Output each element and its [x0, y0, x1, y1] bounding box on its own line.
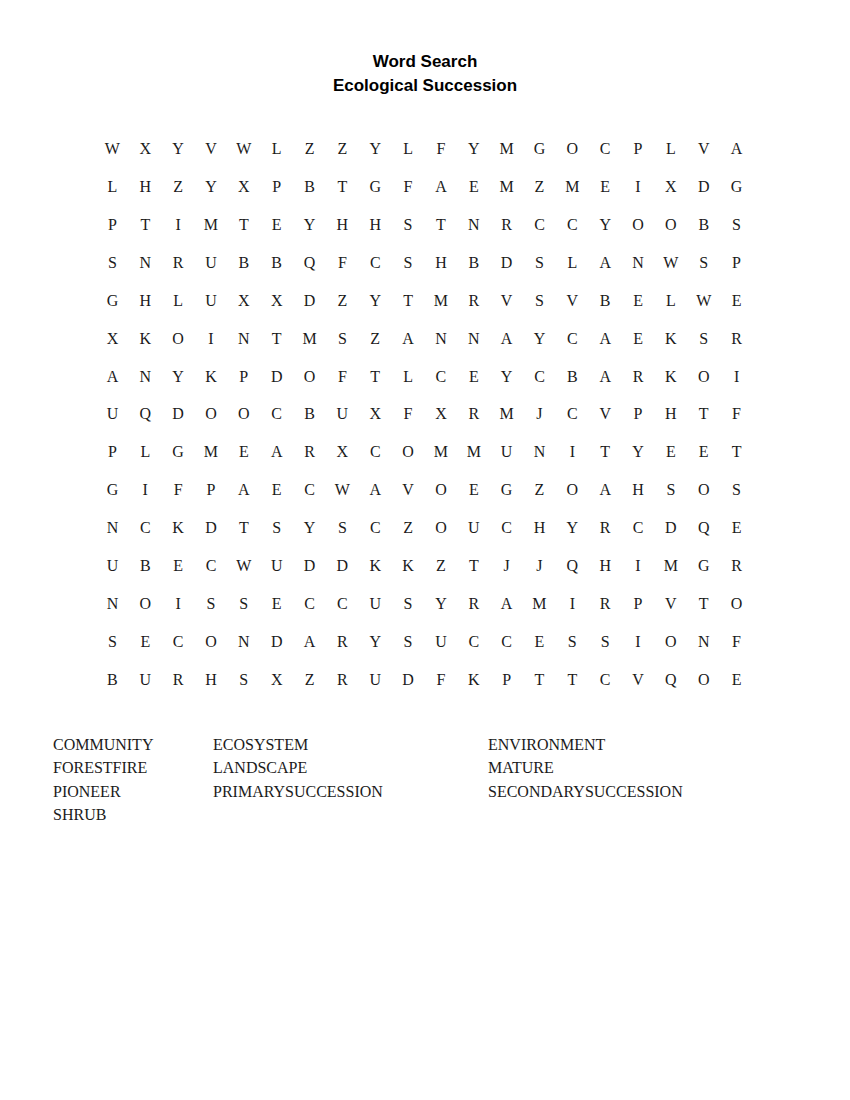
grid-cell-r10c14: Z — [523, 471, 556, 509]
grid-cell-r4c5: B — [227, 244, 260, 282]
grid-cell-r2c9: G — [359, 168, 392, 206]
grid-cell-r9c13: U — [490, 433, 523, 471]
grid-cell-r12c20: R — [720, 547, 753, 585]
grid-cell-r6c10: A — [392, 320, 425, 358]
grid-cell-r4c19: S — [687, 244, 720, 282]
grid-cell-r8c17: P — [622, 396, 655, 434]
grid-cell-r12c14: J — [523, 547, 556, 585]
word-list-item: FORESTFIRE — [53, 756, 213, 779]
grid-cell-r12c7: D — [293, 547, 326, 585]
grid-cell-r4c16: A — [589, 244, 622, 282]
grid-cell-r9c4: M — [195, 433, 228, 471]
grid-cell-r13c15: I — [556, 585, 589, 623]
grid-cell-r4c2: N — [129, 244, 162, 282]
grid-cell-r5c18: L — [654, 282, 687, 320]
grid-cell-r5c17: E — [622, 282, 655, 320]
grid-cell-r12c19: G — [687, 547, 720, 585]
grid-cell-r5c12: R — [457, 282, 490, 320]
grid-cell-r8c13: M — [490, 396, 523, 434]
grid-cell-r1c6: L — [260, 130, 293, 168]
grid-cell-r4c15: L — [556, 244, 589, 282]
grid-cell-r3c6: E — [260, 206, 293, 244]
word-list-item: SHRUB — [53, 803, 213, 826]
grid-cell-r10c7: C — [293, 471, 326, 509]
grid-cell-r8c1: U — [96, 396, 129, 434]
grid-cell-r11c13: C — [490, 509, 523, 547]
grid-cell-r6c16: A — [589, 320, 622, 358]
grid-cell-r8c2: Q — [129, 396, 162, 434]
grid-cell-r15c6: X — [260, 661, 293, 699]
grid-cell-r5c14: S — [523, 282, 556, 320]
grid-cell-r7c7: O — [293, 358, 326, 396]
grid-cell-r15c1: B — [96, 661, 129, 699]
grid-cell-r2c4: Y — [195, 168, 228, 206]
grid-cell-r11c17: C — [622, 509, 655, 547]
grid-cell-r9c14: N — [523, 433, 556, 471]
grid-cell-r6c18: K — [654, 320, 687, 358]
grid-cell-r6c12: N — [457, 320, 490, 358]
grid-cell-r9c17: Y — [622, 433, 655, 471]
grid-cell-r15c14: T — [523, 661, 556, 699]
grid-cell-r13c20: O — [720, 585, 753, 623]
grid-cell-r13c17: P — [622, 585, 655, 623]
grid-cell-r14c14: E — [523, 623, 556, 661]
grid-cell-r14c9: Y — [359, 623, 392, 661]
grid-cell-r15c20: E — [720, 661, 753, 699]
grid-cell-r10c16: A — [589, 471, 622, 509]
puzzle-subtitle: Ecological Succession — [0, 74, 850, 98]
grid-cell-r1c1: W — [96, 130, 129, 168]
grid-cell-r15c9: U — [359, 661, 392, 699]
grid-cell-r10c8: W — [326, 471, 359, 509]
grid-cell-r13c3: I — [162, 585, 195, 623]
grid-cell-r14c20: F — [720, 623, 753, 661]
grid-cell-r11c9: C — [359, 509, 392, 547]
grid-cell-r7c8: F — [326, 358, 359, 396]
grid-cell-r13c16: R — [589, 585, 622, 623]
word-list-item: ECOSYSTEM — [213, 733, 488, 756]
grid-cell-r11c12: U — [457, 509, 490, 547]
grid-cell-r9c3: G — [162, 433, 195, 471]
grid-cell-r1c16: C — [589, 130, 622, 168]
grid-cell-r7c6: D — [260, 358, 293, 396]
grid-cell-r12c5: W — [227, 547, 260, 585]
grid-cell-r3c1: P — [96, 206, 129, 244]
grid-cell-r7c15: B — [556, 358, 589, 396]
grid-cell-r13c13: A — [490, 585, 523, 623]
grid-cell-r7c14: C — [523, 358, 556, 396]
grid-cell-r3c4: M — [195, 206, 228, 244]
grid-cell-r14c11: U — [424, 623, 457, 661]
grid-cell-r3c14: C — [523, 206, 556, 244]
grid-cell-r2c15: M — [556, 168, 589, 206]
grid-cell-r15c15: T — [556, 661, 589, 699]
grid-cell-r10c17: H — [622, 471, 655, 509]
grid-cell-r5c11: M — [424, 282, 457, 320]
grid-cell-r6c5: N — [227, 320, 260, 358]
grid-cell-r12c16: H — [589, 547, 622, 585]
grid-cell-r5c15: V — [556, 282, 589, 320]
grid-cell-r11c19: Q — [687, 509, 720, 547]
grid-cell-r8c20: F — [720, 396, 753, 434]
word-list-item: SECONDARYSUCCESSION — [488, 780, 753, 803]
grid-cell-r2c7: B — [293, 168, 326, 206]
grid-cell-r1c3: Y — [162, 130, 195, 168]
grid-cell-r14c13: C — [490, 623, 523, 661]
grid-cell-r8c7: B — [293, 396, 326, 434]
grid-cell-r2c6: P — [260, 168, 293, 206]
grid-cell-r5c20: E — [720, 282, 753, 320]
word-list-item: PIONEER — [53, 780, 213, 803]
grid-cell-r1c17: P — [622, 130, 655, 168]
grid-cell-r10c3: F — [162, 471, 195, 509]
grid-cell-r11c11: O — [424, 509, 457, 547]
grid-cell-r4c8: F — [326, 244, 359, 282]
grid-cell-r2c1: L — [96, 168, 129, 206]
grid-cell-r3c13: R — [490, 206, 523, 244]
word-search-grid: WXYVWLZZYLFYMGOCPLVALHZYXPBTGFAEMZMEIXDG… — [96, 130, 753, 699]
grid-cell-r13c7: C — [293, 585, 326, 623]
grid-cell-r6c11: N — [424, 320, 457, 358]
grid-cell-r6c19: S — [687, 320, 720, 358]
puzzle-title: Word Search — [0, 50, 850, 74]
grid-cell-r2c8: T — [326, 168, 359, 206]
grid-cell-r7c11: C — [424, 358, 457, 396]
grid-cell-r12c17: I — [622, 547, 655, 585]
grid-cell-r1c10: L — [392, 130, 425, 168]
grid-cell-r8c14: J — [523, 396, 556, 434]
grid-cell-r6c6: T — [260, 320, 293, 358]
grid-cell-r14c8: R — [326, 623, 359, 661]
grid-cell-r5c7: D — [293, 282, 326, 320]
grid-cell-r15c19: O — [687, 661, 720, 699]
grid-cell-r12c10: K — [392, 547, 425, 585]
grid-cell-r1c4: V — [195, 130, 228, 168]
grid-cell-r2c11: A — [424, 168, 457, 206]
grid-cell-r14c6: D — [260, 623, 293, 661]
grid-cell-r6c8: S — [326, 320, 359, 358]
grid-cell-r1c20: A — [720, 130, 753, 168]
grid-cell-r7c18: K — [654, 358, 687, 396]
grid-cell-r2c2: H — [129, 168, 162, 206]
grid-cell-r2c17: I — [622, 168, 655, 206]
grid-cell-r13c6: E — [260, 585, 293, 623]
grid-cell-r10c5: A — [227, 471, 260, 509]
worksheet-page: Word Search Ecological Succession WXYVWL… — [0, 0, 850, 1100]
word-list-item: COMMUNITY — [53, 733, 213, 756]
word-list-column-2: ECOSYSTEMLANDSCAPEPRIMARYSUCCESSION — [213, 733, 488, 827]
grid-cell-r7c19: O — [687, 358, 720, 396]
grid-cell-r10c1: G — [96, 471, 129, 509]
grid-cell-r9c5: E — [227, 433, 260, 471]
grid-cell-r14c16: S — [589, 623, 622, 661]
grid-cell-r13c4: S — [195, 585, 228, 623]
grid-cell-r4c4: U — [195, 244, 228, 282]
grid-cell-r9c2: L — [129, 433, 162, 471]
grid-cell-r4c1: S — [96, 244, 129, 282]
grid-cell-r11c18: D — [654, 509, 687, 547]
grid-cell-r5c9: Y — [359, 282, 392, 320]
grid-cell-r6c7: M — [293, 320, 326, 358]
grid-cell-r7c17: R — [622, 358, 655, 396]
grid-cell-r3c7: Y — [293, 206, 326, 244]
grid-cell-r1c14: G — [523, 130, 556, 168]
grid-cell-r3c8: H — [326, 206, 359, 244]
grid-cell-r15c2: U — [129, 661, 162, 699]
grid-cell-r13c10: S — [392, 585, 425, 623]
grid-cell-r13c5: S — [227, 585, 260, 623]
grid-cell-r1c9: Y — [359, 130, 392, 168]
grid-cell-r10c12: E — [457, 471, 490, 509]
grid-cell-r12c6: U — [260, 547, 293, 585]
grid-cell-r12c13: J — [490, 547, 523, 585]
grid-cell-r7c1: A — [96, 358, 129, 396]
grid-cell-r11c4: D — [195, 509, 228, 547]
grid-cell-r6c17: E — [622, 320, 655, 358]
grid-cell-r7c16: A — [589, 358, 622, 396]
grid-cell-r3c10: S — [392, 206, 425, 244]
grid-cell-r2c12: E — [457, 168, 490, 206]
grid-cell-r14c5: N — [227, 623, 260, 661]
grid-cell-r1c7: Z — [293, 130, 326, 168]
grid-cell-r3c12: N — [457, 206, 490, 244]
grid-cell-r2c14: Z — [523, 168, 556, 206]
grid-cell-r9c10: O — [392, 433, 425, 471]
grid-cell-r13c19: T — [687, 585, 720, 623]
grid-cell-r3c5: T — [227, 206, 260, 244]
grid-cell-r7c9: T — [359, 358, 392, 396]
grid-cell-r8c4: O — [195, 396, 228, 434]
grid-cell-r14c2: E — [129, 623, 162, 661]
grid-cell-r1c8: Z — [326, 130, 359, 168]
grid-cell-r13c1: N — [96, 585, 129, 623]
grid-cell-r10c4: P — [195, 471, 228, 509]
grid-cell-r12c1: U — [96, 547, 129, 585]
grid-cell-r4c13: D — [490, 244, 523, 282]
grid-cell-r4c6: B — [260, 244, 293, 282]
grid-cell-r10c15: O — [556, 471, 589, 509]
grid-cell-r11c1: N — [96, 509, 129, 547]
grid-cell-r5c6: X — [260, 282, 293, 320]
grid-cell-r8c16: V — [589, 396, 622, 434]
grid-cell-r4c11: H — [424, 244, 457, 282]
grid-cell-r14c1: S — [96, 623, 129, 661]
grid-cell-r9c15: I — [556, 433, 589, 471]
grid-cell-r11c8: S — [326, 509, 359, 547]
grid-cell-r7c20: I — [720, 358, 753, 396]
grid-cell-r3c11: T — [424, 206, 457, 244]
grid-cell-r8c10: F — [392, 396, 425, 434]
grid-cell-r5c13: V — [490, 282, 523, 320]
grid-cell-r15c4: H — [195, 661, 228, 699]
grid-cell-r6c13: A — [490, 320, 523, 358]
grid-cell-r14c10: S — [392, 623, 425, 661]
grid-cell-r5c19: W — [687, 282, 720, 320]
grid-cell-r6c9: Z — [359, 320, 392, 358]
grid-cell-r4c7: Q — [293, 244, 326, 282]
title-block: Word Search Ecological Succession — [0, 50, 850, 98]
grid-cell-r2c13: M — [490, 168, 523, 206]
grid-cell-r7c2: N — [129, 358, 162, 396]
grid-cell-r14c4: O — [195, 623, 228, 661]
grid-cell-r13c8: C — [326, 585, 359, 623]
grid-cell-r9c1: P — [96, 433, 129, 471]
grid-cell-r6c14: Y — [523, 320, 556, 358]
grid-cell-r11c20: E — [720, 509, 753, 547]
grid-cell-r2c20: G — [720, 168, 753, 206]
grid-cell-r3c3: I — [162, 206, 195, 244]
grid-cell-r8c19: T — [687, 396, 720, 434]
grid-cell-r1c15: O — [556, 130, 589, 168]
grid-cell-r4c14: S — [523, 244, 556, 282]
grid-cell-r1c19: V — [687, 130, 720, 168]
grid-cell-r10c19: O — [687, 471, 720, 509]
grid-cell-r8c6: C — [260, 396, 293, 434]
grid-cell-r3c17: O — [622, 206, 655, 244]
grid-cell-r6c1: X — [96, 320, 129, 358]
grid-cell-r15c16: C — [589, 661, 622, 699]
grid-cell-r9c20: T — [720, 433, 753, 471]
grid-cell-r12c15: Q — [556, 547, 589, 585]
grid-cell-r13c18: V — [654, 585, 687, 623]
grid-cell-r9c11: M — [424, 433, 457, 471]
grid-cell-r5c2: H — [129, 282, 162, 320]
grid-cell-r9c9: C — [359, 433, 392, 471]
grid-cell-r7c12: E — [457, 358, 490, 396]
grid-cell-r10c11: O — [424, 471, 457, 509]
grid-cell-r12c3: E — [162, 547, 195, 585]
grid-cell-r2c3: Z — [162, 168, 195, 206]
grid-cell-r1c5: W — [227, 130, 260, 168]
grid-cell-r1c11: F — [424, 130, 457, 168]
grid-cell-r3c9: H — [359, 206, 392, 244]
grid-cell-r10c6: E — [260, 471, 293, 509]
grid-cell-r2c19: D — [687, 168, 720, 206]
word-list-column-1: COMMUNITYFORESTFIREPIONEERSHRUB — [53, 733, 213, 827]
grid-cell-r5c4: U — [195, 282, 228, 320]
grid-cell-r13c11: Y — [424, 585, 457, 623]
grid-cell-r13c9: U — [359, 585, 392, 623]
grid-cell-r9c7: R — [293, 433, 326, 471]
grid-cell-r12c8: D — [326, 547, 359, 585]
grid-cell-r4c20: P — [720, 244, 753, 282]
grid-cell-r6c20: R — [720, 320, 753, 358]
word-list: COMMUNITYFORESTFIREPIONEERSHRUBECOSYSTEM… — [53, 733, 753, 827]
grid-cell-r14c12: C — [457, 623, 490, 661]
grid-cell-r3c16: Y — [589, 206, 622, 244]
grid-cell-r9c19: E — [687, 433, 720, 471]
word-list-item: MATURE — [488, 756, 753, 779]
grid-cell-r12c9: K — [359, 547, 392, 585]
word-list-item: ENVIRONMENT — [488, 733, 753, 756]
grid-cell-r5c8: Z — [326, 282, 359, 320]
grid-cell-r11c14: H — [523, 509, 556, 547]
grid-cell-r9c16: T — [589, 433, 622, 471]
grid-cell-r15c12: K — [457, 661, 490, 699]
grid-cell-r4c17: N — [622, 244, 655, 282]
grid-cell-r15c8: R — [326, 661, 359, 699]
grid-cell-r12c18: M — [654, 547, 687, 585]
grid-cell-r7c4: K — [195, 358, 228, 396]
grid-cell-r3c19: B — [687, 206, 720, 244]
grid-cell-r6c3: O — [162, 320, 195, 358]
grid-cell-r13c2: O — [129, 585, 162, 623]
grid-cell-r8c18: H — [654, 396, 687, 434]
word-list-column-3: ENVIRONMENTMATURESECONDARYSUCCESSION — [488, 733, 753, 827]
word-list-item: PRIMARYSUCCESSION — [213, 780, 488, 803]
grid-cell-r11c7: Y — [293, 509, 326, 547]
grid-cell-r4c12: B — [457, 244, 490, 282]
grid-cell-r8c12: R — [457, 396, 490, 434]
grid-cell-r14c18: O — [654, 623, 687, 661]
grid-cell-r6c4: I — [195, 320, 228, 358]
grid-cell-r6c2: K — [129, 320, 162, 358]
grid-cell-r3c2: T — [129, 206, 162, 244]
grid-cell-r4c9: C — [359, 244, 392, 282]
grid-cell-r14c7: A — [293, 623, 326, 661]
word-list-item: LANDSCAPE — [213, 756, 488, 779]
grid-cell-r1c18: L — [654, 130, 687, 168]
grid-cell-r2c10: F — [392, 168, 425, 206]
grid-cell-r3c18: O — [654, 206, 687, 244]
grid-cell-r14c3: C — [162, 623, 195, 661]
grid-cell-r10c18: S — [654, 471, 687, 509]
grid-cell-r8c15: C — [556, 396, 589, 434]
grid-cell-r12c12: T — [457, 547, 490, 585]
grid-cell-r8c9: X — [359, 396, 392, 434]
grid-cell-r10c2: I — [129, 471, 162, 509]
grid-cell-r5c5: X — [227, 282, 260, 320]
grid-cell-r1c12: Y — [457, 130, 490, 168]
grid-cell-r11c15: Y — [556, 509, 589, 547]
grid-cell-r14c19: N — [687, 623, 720, 661]
grid-cell-r1c13: M — [490, 130, 523, 168]
grid-cell-r10c9: A — [359, 471, 392, 509]
grid-cell-r15c17: V — [622, 661, 655, 699]
grid-cell-r8c11: X — [424, 396, 457, 434]
grid-cell-r11c16: R — [589, 509, 622, 547]
grid-cell-r3c20: S — [720, 206, 753, 244]
grid-cell-r9c6: A — [260, 433, 293, 471]
grid-cell-r6c15: C — [556, 320, 589, 358]
grid-cell-r7c13: Y — [490, 358, 523, 396]
grid-cell-r3c15: C — [556, 206, 589, 244]
grid-cell-r2c18: X — [654, 168, 687, 206]
grid-cell-r10c13: G — [490, 471, 523, 509]
grid-cell-r10c20: S — [720, 471, 753, 509]
grid-cell-r4c10: S — [392, 244, 425, 282]
grid-cell-r15c18: Q — [654, 661, 687, 699]
grid-cell-r8c8: U — [326, 396, 359, 434]
grid-cell-r12c2: B — [129, 547, 162, 585]
grid-cell-r15c5: S — [227, 661, 260, 699]
grid-cell-r8c5: O — [227, 396, 260, 434]
grid-cell-r13c14: M — [523, 585, 556, 623]
grid-cell-r2c5: X — [227, 168, 260, 206]
grid-cell-r4c3: R — [162, 244, 195, 282]
grid-cell-r2c16: E — [589, 168, 622, 206]
grid-cell-r15c7: Z — [293, 661, 326, 699]
grid-cell-r15c11: F — [424, 661, 457, 699]
grid-cell-r8c3: D — [162, 396, 195, 434]
grid-cell-r14c17: I — [622, 623, 655, 661]
grid-cell-r1c2: X — [129, 130, 162, 168]
grid-cell-r5c3: L — [162, 282, 195, 320]
grid-cell-r13c12: R — [457, 585, 490, 623]
grid-cell-r9c12: M — [457, 433, 490, 471]
grid-cell-r5c16: B — [589, 282, 622, 320]
grid-cell-r14c15: S — [556, 623, 589, 661]
